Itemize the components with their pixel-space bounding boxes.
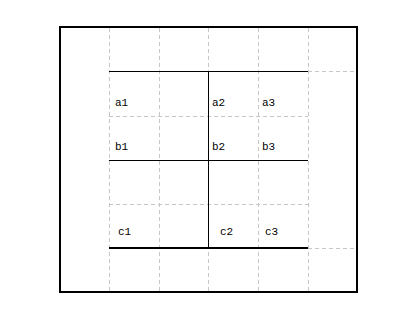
cell-label-a2: a2 <box>212 97 225 109</box>
board-line-vertical <box>208 71 210 249</box>
cell-label-b3: b3 <box>262 141 275 153</box>
cell-label-c3: c3 <box>265 226 278 238</box>
cell-label-b2: b2 <box>212 141 225 153</box>
grid-dashed-stub-bottom-right <box>308 248 357 249</box>
cell-label-c2: c2 <box>220 226 233 238</box>
cell-label-b1: b1 <box>115 141 128 153</box>
cell-label-a3: a3 <box>262 97 275 109</box>
cell-label-c1: c1 <box>118 226 131 238</box>
cell-label-a1: a1 <box>115 97 128 109</box>
grid-dashed-vline-5 <box>308 28 309 292</box>
grid-dashed-stub-top-right <box>308 71 357 72</box>
grid-coordinate-diagram: a1 a2 a3 b1 b2 b3 c1 c2 c3 <box>0 0 420 315</box>
